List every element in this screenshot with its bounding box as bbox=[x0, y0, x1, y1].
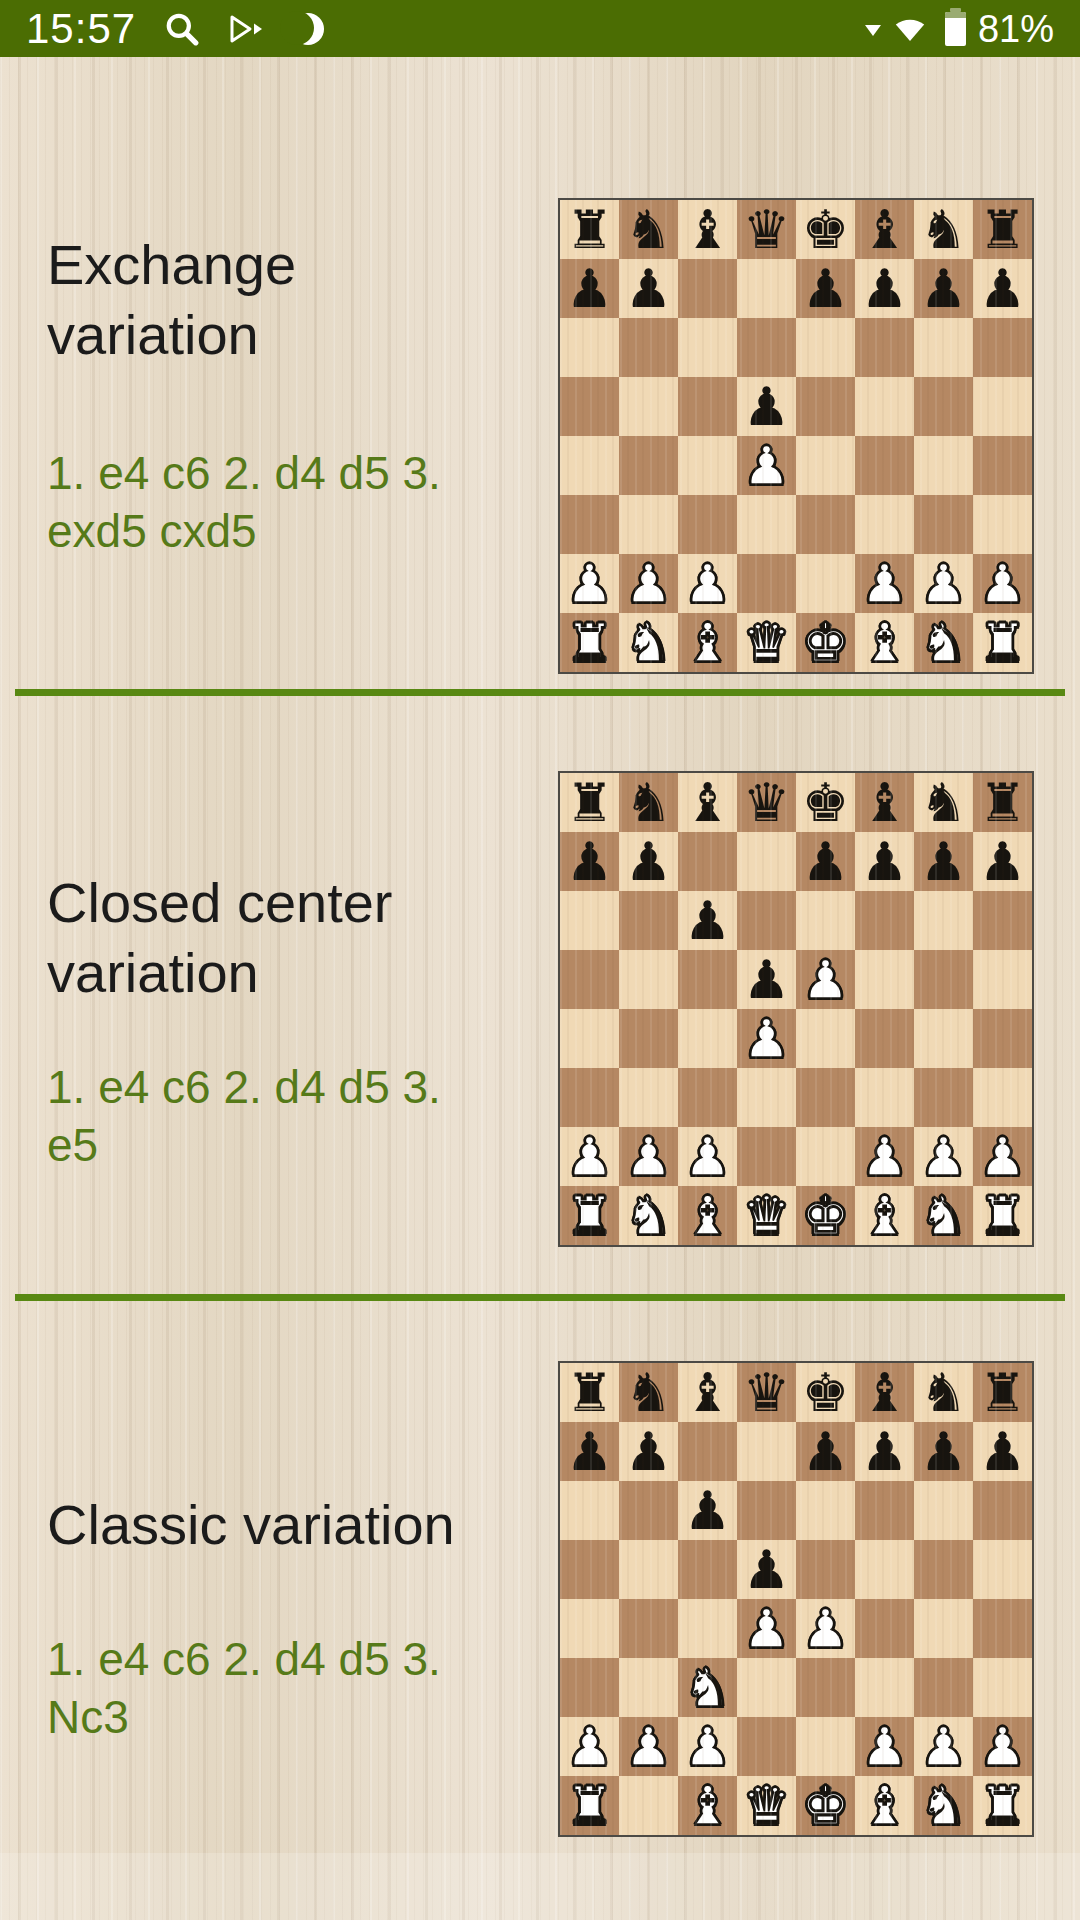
square-g6 bbox=[914, 318, 973, 377]
square-b7: ♟ bbox=[619, 832, 678, 891]
square-e2 bbox=[796, 554, 855, 613]
square-e1: ♚ bbox=[796, 1776, 855, 1835]
white-bishop: ♝ bbox=[684, 1189, 732, 1242]
square-a5 bbox=[560, 377, 619, 436]
variation-title: Classic variation bbox=[47, 1490, 477, 1560]
square-c1: ♝ bbox=[678, 1186, 737, 1245]
square-f6 bbox=[855, 318, 914, 377]
square-d5: ♟ bbox=[737, 950, 796, 1009]
white-pawn: ♟ bbox=[566, 1720, 614, 1773]
square-b1: ♞ bbox=[619, 1186, 678, 1245]
black-pawn: ♟ bbox=[625, 1425, 673, 1478]
square-b2: ♟ bbox=[619, 554, 678, 613]
square-a7: ♟ bbox=[560, 259, 619, 318]
white-knight: ♞ bbox=[920, 1779, 968, 1832]
section-divider bbox=[15, 689, 1065, 696]
square-c5 bbox=[678, 950, 737, 1009]
square-h5 bbox=[973, 950, 1032, 1009]
white-pawn: ♟ bbox=[979, 1130, 1027, 1183]
square-f7: ♟ bbox=[855, 259, 914, 318]
square-e4 bbox=[796, 1009, 855, 1068]
square-g1: ♞ bbox=[914, 1186, 973, 1245]
square-a6 bbox=[560, 1481, 619, 1540]
square-f5 bbox=[855, 1540, 914, 1599]
square-a7: ♟ bbox=[560, 1422, 619, 1481]
black-pawn: ♟ bbox=[979, 262, 1027, 315]
square-d4: ♟ bbox=[737, 1009, 796, 1068]
white-knight: ♞ bbox=[920, 616, 968, 669]
square-d4: ♟ bbox=[737, 1599, 796, 1658]
square-e5 bbox=[796, 1540, 855, 1599]
square-h8: ♜ bbox=[973, 200, 1032, 259]
square-e3 bbox=[796, 495, 855, 554]
square-d3 bbox=[737, 1658, 796, 1717]
square-f4 bbox=[855, 1599, 914, 1658]
black-pawn: ♟ bbox=[684, 1484, 732, 1537]
square-a3 bbox=[560, 1658, 619, 1717]
white-king: ♚ bbox=[802, 1189, 850, 1242]
black-bishop: ♝ bbox=[684, 1366, 732, 1419]
square-c1: ♝ bbox=[678, 613, 737, 672]
square-d2 bbox=[737, 554, 796, 613]
square-c2: ♟ bbox=[678, 1127, 737, 1186]
white-bishop: ♝ bbox=[861, 616, 909, 669]
chessboard-exchange[interactable]: ♜♞♝♛♚♝♞♜♟♟♟♟♟♟♟♟♟♟♟♟♟♟♜♞♝♛♚♝♞♜ bbox=[558, 198, 1034, 674]
square-d1: ♛ bbox=[737, 613, 796, 672]
square-c6: ♟ bbox=[678, 1481, 737, 1540]
square-a6 bbox=[560, 318, 619, 377]
square-c4 bbox=[678, 1599, 737, 1658]
square-c5 bbox=[678, 377, 737, 436]
square-b5 bbox=[619, 377, 678, 436]
white-pawn: ♟ bbox=[802, 1602, 850, 1655]
white-king: ♚ bbox=[802, 616, 850, 669]
white-pawn: ♟ bbox=[743, 1012, 791, 1065]
square-h1: ♜ bbox=[973, 1776, 1032, 1835]
black-bishop: ♝ bbox=[684, 776, 732, 829]
square-c7 bbox=[678, 259, 737, 318]
white-queen: ♛ bbox=[743, 1779, 791, 1832]
black-pawn: ♟ bbox=[566, 835, 614, 888]
square-e3 bbox=[796, 1068, 855, 1127]
square-g1: ♞ bbox=[914, 1776, 973, 1835]
square-c8: ♝ bbox=[678, 200, 737, 259]
moon-icon bbox=[292, 13, 324, 45]
white-pawn: ♟ bbox=[684, 1130, 732, 1183]
black-pawn: ♟ bbox=[920, 262, 968, 315]
square-a5 bbox=[560, 1540, 619, 1599]
white-pawn: ♟ bbox=[979, 1720, 1027, 1773]
square-d6 bbox=[737, 891, 796, 950]
square-b1: ♞ bbox=[619, 613, 678, 672]
square-d2 bbox=[737, 1127, 796, 1186]
square-b7: ♟ bbox=[619, 259, 678, 318]
black-pawn: ♟ bbox=[743, 953, 791, 1006]
square-e6 bbox=[796, 891, 855, 950]
black-knight: ♞ bbox=[920, 203, 968, 256]
black-queen: ♛ bbox=[743, 1366, 791, 1419]
chessboard-closed-center[interactable]: ♜♞♝♛♚♝♞♜♟♟♟♟♟♟♟♟♟♟♟♟♟♟♟♟♜♞♝♛♚♝♞♜ bbox=[558, 771, 1034, 1247]
square-d2 bbox=[737, 1717, 796, 1776]
square-e2 bbox=[796, 1127, 855, 1186]
variation-moves: 1. e4 c6 2. d4 d5 3. exd5 cxd5 bbox=[47, 444, 467, 560]
square-e5: ♟ bbox=[796, 950, 855, 1009]
square-f7: ♟ bbox=[855, 1422, 914, 1481]
black-king: ♚ bbox=[802, 776, 850, 829]
black-pawn: ♟ bbox=[566, 262, 614, 315]
square-g2: ♟ bbox=[914, 554, 973, 613]
clock: 15:57 bbox=[26, 8, 136, 50]
square-h7: ♟ bbox=[973, 259, 1032, 318]
black-pawn: ♟ bbox=[920, 1425, 968, 1478]
white-rook: ♜ bbox=[979, 1779, 1027, 1832]
square-h7: ♟ bbox=[973, 832, 1032, 891]
black-bishop: ♝ bbox=[861, 776, 909, 829]
black-bishop: ♝ bbox=[684, 203, 732, 256]
square-c4 bbox=[678, 1009, 737, 1068]
square-e8: ♚ bbox=[796, 773, 855, 832]
square-a7: ♟ bbox=[560, 832, 619, 891]
status-bar-left: 15:57 bbox=[26, 8, 324, 50]
square-g6 bbox=[914, 891, 973, 950]
square-c6 bbox=[678, 318, 737, 377]
square-f6 bbox=[855, 891, 914, 950]
square-f8: ♝ bbox=[855, 1363, 914, 1422]
square-a4 bbox=[560, 436, 619, 495]
square-b2: ♟ bbox=[619, 1717, 678, 1776]
square-a5 bbox=[560, 950, 619, 1009]
variation-row-closed-center[interactable]: Closed center variation 1. e4 c6 2. d4 d… bbox=[0, 697, 1080, 1294]
square-c3 bbox=[678, 495, 737, 554]
white-pawn: ♟ bbox=[920, 1720, 968, 1773]
black-knight: ♞ bbox=[920, 776, 968, 829]
variation-moves: 1. e4 c6 2. d4 d5 3. e5 bbox=[47, 1058, 467, 1174]
black-rook: ♜ bbox=[566, 1366, 614, 1419]
white-pawn: ♟ bbox=[625, 1720, 673, 1773]
black-rook: ♜ bbox=[979, 1366, 1027, 1419]
square-a4 bbox=[560, 1599, 619, 1658]
square-h4 bbox=[973, 1009, 1032, 1068]
white-bishop: ♝ bbox=[684, 1779, 732, 1832]
chessboard-classic[interactable]: ♜♞♝♛♚♝♞♜♟♟♟♟♟♟♟♟♟♟♞♟♟♟♟♟♟♜♝♛♚♝♞♜ bbox=[558, 1361, 1034, 1837]
square-d7 bbox=[737, 1422, 796, 1481]
square-d6 bbox=[737, 1481, 796, 1540]
square-d3 bbox=[737, 495, 796, 554]
square-b6 bbox=[619, 891, 678, 950]
square-b6 bbox=[619, 318, 678, 377]
square-c3: ♞ bbox=[678, 1658, 737, 1717]
square-d8: ♛ bbox=[737, 1363, 796, 1422]
square-h5 bbox=[973, 1540, 1032, 1599]
square-d5: ♟ bbox=[737, 1540, 796, 1599]
square-f3 bbox=[855, 1658, 914, 1717]
black-knight: ♞ bbox=[625, 203, 673, 256]
square-b6 bbox=[619, 1481, 678, 1540]
square-e6 bbox=[796, 318, 855, 377]
black-pawn: ♟ bbox=[802, 835, 850, 888]
square-g2: ♟ bbox=[914, 1127, 973, 1186]
square-f2: ♟ bbox=[855, 554, 914, 613]
black-queen: ♛ bbox=[743, 203, 791, 256]
square-f8: ♝ bbox=[855, 773, 914, 832]
square-d4: ♟ bbox=[737, 436, 796, 495]
black-pawn: ♟ bbox=[979, 835, 1027, 888]
white-knight: ♞ bbox=[684, 1661, 732, 1714]
square-g2: ♟ bbox=[914, 1717, 973, 1776]
square-a6 bbox=[560, 891, 619, 950]
square-b7: ♟ bbox=[619, 1422, 678, 1481]
white-pawn: ♟ bbox=[979, 557, 1027, 610]
square-g3 bbox=[914, 495, 973, 554]
black-pawn: ♟ bbox=[802, 262, 850, 315]
square-b4 bbox=[619, 436, 678, 495]
white-pawn: ♟ bbox=[625, 1130, 673, 1183]
square-h1: ♜ bbox=[973, 1186, 1032, 1245]
square-g8: ♞ bbox=[914, 773, 973, 832]
square-c8: ♝ bbox=[678, 1363, 737, 1422]
square-g5 bbox=[914, 1540, 973, 1599]
dropdown-triangle-icon bbox=[865, 25, 881, 36]
square-f1: ♝ bbox=[855, 1776, 914, 1835]
variation-row-exchange[interactable]: Exchange variation 1. e4 c6 2. d4 d5 3. … bbox=[0, 57, 1080, 690]
search-icon bbox=[164, 11, 200, 47]
square-h4 bbox=[973, 436, 1032, 495]
black-pawn: ♟ bbox=[920, 835, 968, 888]
wifi-icon bbox=[893, 15, 927, 43]
white-pawn: ♟ bbox=[566, 557, 614, 610]
square-f5 bbox=[855, 377, 914, 436]
square-d7 bbox=[737, 259, 796, 318]
square-g6 bbox=[914, 1481, 973, 1540]
square-f2: ♟ bbox=[855, 1717, 914, 1776]
black-pawn: ♟ bbox=[684, 894, 732, 947]
black-queen: ♛ bbox=[743, 776, 791, 829]
square-b4 bbox=[619, 1009, 678, 1068]
black-knight: ♞ bbox=[625, 1366, 673, 1419]
square-h7: ♟ bbox=[973, 1422, 1032, 1481]
square-b8: ♞ bbox=[619, 773, 678, 832]
square-f5 bbox=[855, 950, 914, 1009]
square-b3 bbox=[619, 495, 678, 554]
square-f6 bbox=[855, 1481, 914, 1540]
square-d3 bbox=[737, 1068, 796, 1127]
square-h2: ♟ bbox=[973, 1127, 1032, 1186]
square-c7 bbox=[678, 832, 737, 891]
white-queen: ♛ bbox=[743, 616, 791, 669]
square-h4 bbox=[973, 1599, 1032, 1658]
play-store-icon bbox=[228, 13, 264, 45]
black-pawn: ♟ bbox=[979, 1425, 1027, 1478]
square-f3 bbox=[855, 495, 914, 554]
black-pawn: ♟ bbox=[743, 380, 791, 433]
white-pawn: ♟ bbox=[920, 1130, 968, 1183]
black-king: ♚ bbox=[802, 1366, 850, 1419]
white-pawn: ♟ bbox=[743, 1602, 791, 1655]
white-bishop: ♝ bbox=[861, 1189, 909, 1242]
square-g8: ♞ bbox=[914, 200, 973, 259]
square-b4 bbox=[619, 1599, 678, 1658]
white-queen: ♛ bbox=[743, 1189, 791, 1242]
square-a2: ♟ bbox=[560, 1127, 619, 1186]
square-b2: ♟ bbox=[619, 1127, 678, 1186]
square-a8: ♜ bbox=[560, 200, 619, 259]
square-c1: ♝ bbox=[678, 1776, 737, 1835]
variation-title: Closed center variation bbox=[47, 868, 477, 1008]
square-h3 bbox=[973, 1068, 1032, 1127]
square-g8: ♞ bbox=[914, 1363, 973, 1422]
black-pawn: ♟ bbox=[625, 262, 673, 315]
square-a3 bbox=[560, 495, 619, 554]
white-pawn: ♟ bbox=[684, 1720, 732, 1773]
square-f3 bbox=[855, 1068, 914, 1127]
app-screen: 15:57 81% Exchange variation 1. e4 c6 2.… bbox=[0, 0, 1080, 1920]
white-pawn: ♟ bbox=[861, 557, 909, 610]
square-b8: ♞ bbox=[619, 1363, 678, 1422]
square-h3 bbox=[973, 1658, 1032, 1717]
square-h5 bbox=[973, 377, 1032, 436]
square-e4: ♟ bbox=[796, 1599, 855, 1658]
square-h8: ♜ bbox=[973, 1363, 1032, 1422]
square-c8: ♝ bbox=[678, 773, 737, 832]
square-g4 bbox=[914, 1009, 973, 1068]
status-bar-right: 81% bbox=[865, 10, 1054, 48]
square-c6: ♟ bbox=[678, 891, 737, 950]
white-pawn: ♟ bbox=[684, 557, 732, 610]
white-pawn: ♟ bbox=[625, 557, 673, 610]
square-g4 bbox=[914, 436, 973, 495]
white-bishop: ♝ bbox=[684, 616, 732, 669]
square-c2: ♟ bbox=[678, 1717, 737, 1776]
square-e7: ♟ bbox=[796, 832, 855, 891]
square-b5 bbox=[619, 1540, 678, 1599]
square-g3 bbox=[914, 1658, 973, 1717]
black-pawn: ♟ bbox=[861, 1425, 909, 1478]
square-g3 bbox=[914, 1068, 973, 1127]
square-e1: ♚ bbox=[796, 613, 855, 672]
square-h6 bbox=[973, 891, 1032, 950]
square-a8: ♜ bbox=[560, 1363, 619, 1422]
square-h2: ♟ bbox=[973, 554, 1032, 613]
battery-icon bbox=[945, 12, 966, 46]
status-bar: 15:57 81% bbox=[0, 0, 1080, 57]
square-c3 bbox=[678, 1068, 737, 1127]
white-pawn: ♟ bbox=[743, 439, 791, 492]
black-knight: ♞ bbox=[625, 776, 673, 829]
square-h6 bbox=[973, 1481, 1032, 1540]
variation-moves: 1. e4 c6 2. d4 d5 3. Nc3 bbox=[47, 1630, 467, 1746]
square-e1: ♚ bbox=[796, 1186, 855, 1245]
black-rook: ♜ bbox=[979, 203, 1027, 256]
section-divider bbox=[15, 1294, 1065, 1301]
square-e6 bbox=[796, 1481, 855, 1540]
square-g1: ♞ bbox=[914, 613, 973, 672]
square-f7: ♟ bbox=[855, 832, 914, 891]
square-h1: ♜ bbox=[973, 613, 1032, 672]
square-d5: ♟ bbox=[737, 377, 796, 436]
variation-title: Exchange variation bbox=[47, 230, 477, 370]
square-c4 bbox=[678, 436, 737, 495]
black-rook: ♜ bbox=[979, 776, 1027, 829]
square-c7 bbox=[678, 1422, 737, 1481]
square-f1: ♝ bbox=[855, 613, 914, 672]
square-e7: ♟ bbox=[796, 1422, 855, 1481]
square-d8: ♛ bbox=[737, 773, 796, 832]
square-a8: ♜ bbox=[560, 773, 619, 832]
white-king: ♚ bbox=[802, 1779, 850, 1832]
square-d6 bbox=[737, 318, 796, 377]
black-king: ♚ bbox=[802, 203, 850, 256]
white-pawn: ♟ bbox=[920, 557, 968, 610]
square-a1: ♜ bbox=[560, 1186, 619, 1245]
square-b8: ♞ bbox=[619, 200, 678, 259]
black-pawn: ♟ bbox=[743, 1543, 791, 1596]
square-f8: ♝ bbox=[855, 200, 914, 259]
square-e5 bbox=[796, 377, 855, 436]
square-e7: ♟ bbox=[796, 259, 855, 318]
square-f4 bbox=[855, 1009, 914, 1068]
square-f1: ♝ bbox=[855, 1186, 914, 1245]
square-a2: ♟ bbox=[560, 554, 619, 613]
white-pawn: ♟ bbox=[861, 1720, 909, 1773]
square-g7: ♟ bbox=[914, 1422, 973, 1481]
white-rook: ♜ bbox=[566, 616, 614, 669]
black-pawn: ♟ bbox=[566, 1425, 614, 1478]
black-bishop: ♝ bbox=[861, 1366, 909, 1419]
white-rook: ♜ bbox=[979, 1189, 1027, 1242]
square-c2: ♟ bbox=[678, 554, 737, 613]
white-knight: ♞ bbox=[625, 1189, 673, 1242]
square-b3 bbox=[619, 1658, 678, 1717]
white-knight: ♞ bbox=[920, 1189, 968, 1242]
black-pawn: ♟ bbox=[861, 835, 909, 888]
square-a1: ♜ bbox=[560, 613, 619, 672]
square-h6 bbox=[973, 318, 1032, 377]
square-g5 bbox=[914, 377, 973, 436]
square-h8: ♜ bbox=[973, 773, 1032, 832]
black-knight: ♞ bbox=[920, 1366, 968, 1419]
white-rook: ♜ bbox=[979, 616, 1027, 669]
square-b3 bbox=[619, 1068, 678, 1127]
white-rook: ♜ bbox=[566, 1779, 614, 1832]
white-pawn: ♟ bbox=[566, 1130, 614, 1183]
square-e4 bbox=[796, 436, 855, 495]
black-rook: ♜ bbox=[566, 203, 614, 256]
white-pawn: ♟ bbox=[861, 1130, 909, 1183]
square-g7: ♟ bbox=[914, 259, 973, 318]
square-d7 bbox=[737, 832, 796, 891]
black-rook: ♜ bbox=[566, 776, 614, 829]
square-a2: ♟ bbox=[560, 1717, 619, 1776]
square-e2 bbox=[796, 1717, 855, 1776]
white-knight: ♞ bbox=[625, 616, 673, 669]
black-pawn: ♟ bbox=[802, 1425, 850, 1478]
square-h3 bbox=[973, 495, 1032, 554]
black-bishop: ♝ bbox=[861, 203, 909, 256]
square-e3 bbox=[796, 1658, 855, 1717]
square-f4 bbox=[855, 436, 914, 495]
square-g7: ♟ bbox=[914, 832, 973, 891]
square-e8: ♚ bbox=[796, 200, 855, 259]
battery-percent: 81% bbox=[978, 10, 1054, 48]
square-a1: ♜ bbox=[560, 1776, 619, 1835]
square-d8: ♛ bbox=[737, 200, 796, 259]
black-pawn: ♟ bbox=[625, 835, 673, 888]
square-d1: ♛ bbox=[737, 1776, 796, 1835]
square-d1: ♛ bbox=[737, 1186, 796, 1245]
black-pawn: ♟ bbox=[861, 262, 909, 315]
square-e8: ♚ bbox=[796, 1363, 855, 1422]
variation-row-classic[interactable]: Classic variation 1. e4 c6 2. d4 d5 3. N… bbox=[0, 1302, 1080, 1920]
